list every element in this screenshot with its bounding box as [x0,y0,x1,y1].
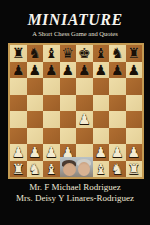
square-c6 [43,78,60,95]
square-h1: ♜ [126,161,143,178]
square-g2: ♟ [109,144,126,161]
black-bishop-piece: ♝ [45,45,58,62]
square-a5 [10,95,27,112]
square-e5 [76,95,93,112]
square-c2: ♟ [43,144,60,161]
square-a3 [10,128,27,145]
square-a7: ♟ [10,62,27,79]
square-g6 [109,78,126,95]
square-b2: ♟ [27,144,44,161]
author-1: Mr. F Michael Rodriguez [0,182,150,193]
square-a1: ♜ [10,161,27,178]
square-f6 [93,78,110,95]
square-e7: ♟ [76,62,93,79]
black-pawn-piece: ♟ [111,62,124,79]
black-king-piece: ♚ [78,45,91,62]
black-pawn-piece: ♟ [61,62,74,79]
right-author-face [78,162,90,176]
white-pawn-piece: ♟ [45,144,58,161]
square-d6 [60,78,77,95]
white-pawn-piece: ♟ [127,144,140,161]
left-author-face [63,163,76,176]
square-g5 [109,95,126,112]
black-bishop-piece: ♝ [94,45,107,62]
white-rook-piece: ♜ [127,161,140,178]
black-pawn-piece: ♟ [45,62,58,79]
black-rook-piece: ♜ [12,45,25,62]
author-2: Mrs. Deisy Y Linares-Rodriguez [0,193,150,204]
square-b8: ♞ [27,45,44,62]
square-b3 [27,128,44,145]
square-b5 [27,95,44,112]
square-a6 [10,78,27,95]
square-e6 [76,78,93,95]
black-pawn-piece: ♟ [28,62,41,79]
white-pawn-piece: ♟ [28,144,41,161]
square-b7: ♟ [27,62,44,79]
white-bishop-piece: ♝ [94,161,107,178]
white-rook-piece: ♜ [12,161,25,178]
square-g7: ♟ [109,62,126,79]
square-h6 [126,78,143,95]
square-e3 [76,128,93,145]
white-pawn-piece: ♟ [78,111,91,128]
square-d4 [60,111,77,128]
black-pawn-piece: ♟ [78,62,91,79]
square-a4 [10,111,27,128]
square-d8: ♛ [60,45,77,62]
square-e4: ♟ [76,111,93,128]
square-b1: ♞ [27,161,44,178]
white-pawn-piece: ♟ [12,144,25,161]
authors-photo-inset [60,157,93,177]
square-h8: ♜ [126,45,143,62]
square-c3 [43,128,60,145]
square-f5 [93,95,110,112]
square-a2: ♟ [10,144,27,161]
square-h2: ♟ [126,144,143,161]
square-f3 [93,128,110,145]
white-pawn-piece: ♟ [111,144,124,161]
square-g4 [109,111,126,128]
black-pawn-piece: ♟ [94,62,107,79]
white-knight-piece: ♞ [111,161,124,178]
book-subtitle: A Short Chess Game and Quotes [0,30,150,37]
square-c4 [43,111,60,128]
book-cover: { "game": "chess", "position": { "fen": … [0,0,150,225]
square-c8: ♝ [43,45,60,62]
author-names: Mr. F Michael Rodriguez Mrs. Deisy Y Lin… [0,182,150,203]
black-pawn-piece: ♟ [12,62,25,79]
square-e8: ♚ [76,45,93,62]
black-knight-piece: ♞ [28,45,41,62]
square-g3 [109,128,126,145]
square-h4 [126,111,143,128]
square-b6 [27,78,44,95]
square-d7: ♟ [60,62,77,79]
square-c1: ♝ [43,161,60,178]
square-f8: ♝ [93,45,110,62]
square-c7: ♟ [43,62,60,79]
square-d3 [60,128,77,145]
white-pawn-piece: ♟ [94,144,107,161]
white-bishop-piece: ♝ [45,161,58,178]
square-a8: ♜ [10,45,27,62]
square-h3 [126,128,143,145]
square-h5 [126,95,143,112]
black-pawn-piece: ♟ [127,62,140,79]
square-d5 [60,95,77,112]
black-queen-piece: ♛ [61,45,74,62]
square-f1: ♝ [93,161,110,178]
square-f2: ♟ [93,144,110,161]
square-f7: ♟ [93,62,110,79]
chess-board-frame: ♜♞♝♛♚♝♞♜♟♟♟♟♟♟♟♟♟♟♟♟♟♟♟♟♜♞♝♝♞♜ [8,43,144,179]
square-g8: ♞ [109,45,126,62]
square-g1: ♞ [109,161,126,178]
white-knight-piece: ♞ [28,161,41,178]
square-f4 [93,111,110,128]
black-rook-piece: ♜ [127,45,140,62]
square-b4 [27,111,44,128]
square-c5 [43,95,60,112]
black-knight-piece: ♞ [111,45,124,62]
book-title: MINIATURE [0,11,150,28]
square-h7: ♟ [126,62,143,79]
